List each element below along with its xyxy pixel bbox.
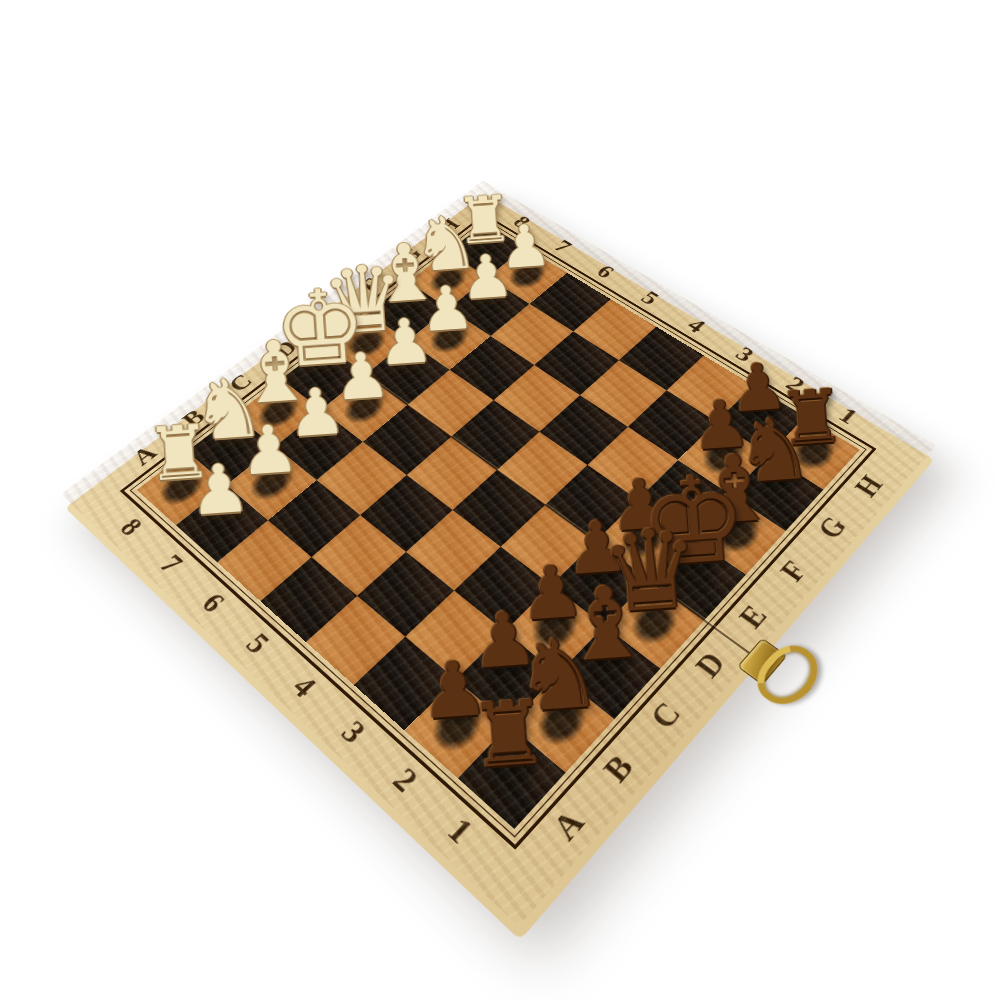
coordinate-label-A: A	[523, 780, 613, 872]
product-photo-scene: ABCDEFGH ABCDEFGH 87654321 87654321 ♜♞♝♚…	[0, 0, 1000, 1000]
coordinate-label-G: G	[794, 494, 869, 561]
play-area: ♜♞♝♚♛♝♞♜♟♟♟♟♟♟♟♟♟♟♟♟♟♟♟♜♞♝♛♚♝♞♜	[137, 223, 860, 829]
coordinate-label-7: 7	[132, 530, 212, 598]
square-a7[interactable]: ♟	[176, 485, 268, 562]
clasp-latch	[727, 628, 824, 718]
chess-board: ABCDEFGH ABCDEFGH 87654321 87654321 ♜♞♝♚…	[61, 181, 936, 927]
coordinate-label-B: B	[574, 726, 662, 813]
square-b5[interactable]	[312, 515, 407, 596]
coordinate-label-1: 1	[415, 785, 506, 877]
coordinate-label-8: 8	[92, 495, 170, 560]
light-pawn-a7[interactable]: ♟	[187, 457, 252, 525]
dark-rook-a1[interactable]: ♜	[466, 689, 551, 778]
